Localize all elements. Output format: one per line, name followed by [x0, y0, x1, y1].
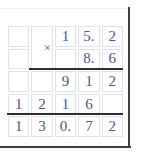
grid-cell-r2c5: 6 [102, 49, 123, 70]
page-border-bottom [0, 146, 131, 148]
grid-cell-r1c1 [8, 26, 29, 47]
grid-cell-r4c1: 1 [8, 94, 29, 115]
grid-cell-r5c5: 2 [102, 116, 123, 137]
rule-line-above-result [7, 113, 123, 115]
grid-cell-r2c1 [8, 49, 29, 70]
grid-cell-r4c5 [102, 94, 123, 115]
page-border-right [128, 7, 130, 148]
grid-cell-r1c4: 5. [78, 26, 99, 47]
grid-cell-r5c1: 1 [8, 116, 29, 137]
grid-cell-r3c1 [8, 71, 29, 92]
grid-cell-r4c3: 1 [55, 94, 76, 115]
grid-cell-r3c2 [31, 71, 52, 92]
grid-cell-r5c4: 7 [78, 116, 99, 137]
rule-line-under-multiplier [29, 68, 123, 70]
grid-cell-r3c4: 1 [78, 71, 99, 92]
page-rule-top [0, 8, 129, 9]
multiply-sign: × [31, 26, 52, 69]
grid-cell-r3c5: 2 [102, 71, 123, 92]
grid-cell-r3c3: 9 [55, 71, 76, 92]
worksheet-page: × 1 5. 2 8. 6 9 1 2 1 2 1 6 1 3 0. 7 2 [0, 0, 141, 158]
grid-cell-r5c3: 0. [55, 116, 76, 137]
grid-cell-r2c4: 8. [78, 49, 99, 70]
grid-cell-r1c3: 1 [55, 26, 76, 47]
multiplication-grid: × 1 5. 2 8. 6 9 1 2 1 2 1 6 1 3 0. 7 2 [8, 26, 123, 137]
grid-cell-r4c2: 2 [31, 94, 52, 115]
grid-cell-r5c2: 3 [31, 116, 52, 137]
grid-cell-r4c4: 6 [78, 94, 99, 115]
grid-cell-r1c5: 2 [102, 26, 123, 47]
grid-cell-r2c3 [55, 49, 76, 70]
